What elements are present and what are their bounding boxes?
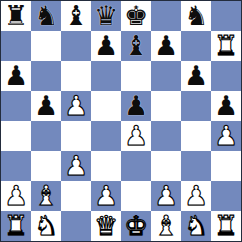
square-g4[interactable]	[181, 121, 211, 151]
black-pawn[interactable]: ♟	[124, 91, 148, 121]
square-a7[interactable]	[1, 31, 31, 61]
square-a6[interactable]: ♟	[1, 61, 31, 91]
square-g1[interactable]: ♞	[181, 211, 211, 241]
white-pawn[interactable]: ♟	[154, 181, 178, 211]
white-queen[interactable]: ♛	[94, 211, 118, 241]
white-pawn[interactable]: ♟	[64, 151, 88, 181]
black-rook[interactable]: ♜	[4, 1, 28, 31]
square-e7[interactable]: ♝	[121, 31, 151, 61]
square-a8[interactable]: ♜	[1, 1, 31, 31]
square-a4[interactable]	[1, 121, 31, 151]
square-a1[interactable]: ♜	[1, 211, 31, 241]
square-g2[interactable]: ♟	[181, 181, 211, 211]
square-b6[interactable]	[31, 61, 61, 91]
black-king[interactable]: ♚	[124, 1, 148, 31]
square-d5[interactable]	[91, 91, 121, 121]
square-c7[interactable]	[61, 31, 91, 61]
square-h1[interactable]: ♜	[211, 211, 241, 241]
square-c6[interactable]	[61, 61, 91, 91]
square-e3[interactable]	[121, 151, 151, 181]
square-e1[interactable]: ♚	[121, 211, 151, 241]
square-f1[interactable]: ♝	[151, 211, 181, 241]
black-pawn[interactable]: ♟	[214, 91, 238, 121]
square-a2[interactable]: ♟	[1, 181, 31, 211]
black-pawn[interactable]: ♟	[94, 31, 118, 61]
square-g7[interactable]	[181, 31, 211, 61]
black-queen[interactable]: ♛	[94, 1, 118, 31]
white-pawn[interactable]: ♟	[4, 181, 28, 211]
black-knight[interactable]: ♞	[184, 1, 208, 31]
square-h8[interactable]	[211, 1, 241, 31]
square-f8[interactable]	[151, 1, 181, 31]
white-king[interactable]: ♚	[124, 211, 148, 241]
square-b2[interactable]: ♝	[31, 181, 61, 211]
white-rook[interactable]: ♜	[214, 211, 238, 241]
square-d2[interactable]: ♟	[91, 181, 121, 211]
square-d3[interactable]	[91, 151, 121, 181]
square-c5[interactable]: ♟	[61, 91, 91, 121]
square-d1[interactable]: ♛	[91, 211, 121, 241]
square-d8[interactable]: ♛	[91, 1, 121, 31]
square-h5[interactable]: ♟	[211, 91, 241, 121]
square-a3[interactable]	[1, 151, 31, 181]
square-c4[interactable]	[61, 121, 91, 151]
black-pawn[interactable]: ♟	[4, 61, 28, 91]
square-e2[interactable]	[121, 181, 151, 211]
square-g8[interactable]: ♞	[181, 1, 211, 31]
square-f7[interactable]: ♟	[151, 31, 181, 61]
square-c1[interactable]	[61, 211, 91, 241]
black-pawn[interactable]: ♟	[34, 91, 58, 121]
square-b5[interactable]: ♟	[31, 91, 61, 121]
square-h3[interactable]	[211, 151, 241, 181]
square-f5[interactable]	[151, 91, 181, 121]
white-rook[interactable]: ♜	[4, 211, 28, 241]
square-e5[interactable]: ♟	[121, 91, 151, 121]
square-g3[interactable]	[181, 151, 211, 181]
chessboard: ♜♞♝♛♚♞♟♝♟♜♟♟♟♟♟♟♟♟♟♟♝♟♟♟♜♞♛♚♝♞♜	[1, 1, 241, 241]
square-b8[interactable]: ♞	[31, 1, 61, 31]
square-f4[interactable]	[151, 121, 181, 151]
black-pawn[interactable]: ♟	[184, 61, 208, 91]
square-f3[interactable]	[151, 151, 181, 181]
square-g5[interactable]	[181, 91, 211, 121]
white-bishop[interactable]: ♝	[154, 211, 178, 241]
white-pawn[interactable]: ♟	[124, 121, 148, 151]
square-e4[interactable]: ♟	[121, 121, 151, 151]
square-a5[interactable]	[1, 91, 31, 121]
black-knight[interactable]: ♞	[34, 1, 58, 31]
chessboard-frame: ♜♞♝♛♚♞♟♝♟♜♟♟♟♟♟♟♟♟♟♟♝♟♟♟♜♞♛♚♝♞♜	[0, 0, 242, 242]
white-rook[interactable]: ♜	[214, 31, 238, 61]
white-knight[interactable]: ♞	[184, 211, 208, 241]
black-bishop[interactable]: ♝	[124, 31, 148, 61]
square-b4[interactable]	[31, 121, 61, 151]
white-pawn[interactable]: ♟	[94, 181, 118, 211]
white-pawn[interactable]: ♟	[64, 91, 88, 121]
square-h2[interactable]	[211, 181, 241, 211]
square-b1[interactable]: ♞	[31, 211, 61, 241]
black-bishop[interactable]: ♝	[64, 1, 88, 31]
square-h4[interactable]: ♟	[211, 121, 241, 151]
square-f6[interactable]	[151, 61, 181, 91]
black-pawn[interactable]: ♟	[154, 31, 178, 61]
square-h7[interactable]: ♜	[211, 31, 241, 61]
square-g6[interactable]: ♟	[181, 61, 211, 91]
square-h6[interactable]	[211, 61, 241, 91]
white-pawn[interactable]: ♟	[184, 181, 208, 211]
square-d7[interactable]: ♟	[91, 31, 121, 61]
square-f2[interactable]: ♟	[151, 181, 181, 211]
square-c8[interactable]: ♝	[61, 1, 91, 31]
white-knight[interactable]: ♞	[34, 211, 58, 241]
square-e8[interactable]: ♚	[121, 1, 151, 31]
square-b7[interactable]	[31, 31, 61, 61]
square-c2[interactable]	[61, 181, 91, 211]
square-c3[interactable]: ♟	[61, 151, 91, 181]
square-e6[interactable]	[121, 61, 151, 91]
square-b3[interactable]	[31, 151, 61, 181]
white-bishop[interactable]: ♝	[34, 181, 58, 211]
square-d6[interactable]	[91, 61, 121, 91]
white-pawn[interactable]: ♟	[214, 121, 238, 151]
square-d4[interactable]	[91, 121, 121, 151]
